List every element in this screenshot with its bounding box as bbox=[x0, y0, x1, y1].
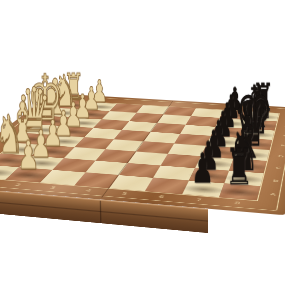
square-d3[interactable] bbox=[74, 137, 114, 149]
chess-board: ♜♟♟♜♞♟♟♞♝♟♟♝♚♟♟♚♛♟♟♛♝♟♟♝♞♟♟♞♜♟♟♜ 1234567… bbox=[0, 93, 285, 215]
piece-white-rook[interactable]: ♜ bbox=[0, 125, 8, 172]
piece-black-pawn[interactable]: ♟ bbox=[191, 148, 214, 189]
square-f5[interactable] bbox=[150, 122, 185, 133]
piece-black-rook[interactable]: ♜ bbox=[225, 142, 253, 192]
brass-latch[interactable] bbox=[222, 218, 238, 229]
coord-label: B bbox=[267, 173, 284, 187]
scene-3d: ♜♟♟♜♞♟♟♞♝♟♟♝♚♟♟♚♛♟♟♛♝♟♟♝♞♟♟♞♜♟♟♜ 1234567… bbox=[0, 0, 285, 285]
square-b6[interactable] bbox=[153, 165, 194, 180]
piece-white-pawn[interactable]: ♟ bbox=[17, 135, 39, 175]
product-photo-stage: ♜♟♟♜♞♟♟♞♝♟♟♝♚♟♟♚♛♟♟♛♝♟♟♝♞♟♟♞♜♟♟♜ 1234567… bbox=[0, 0, 285, 285]
